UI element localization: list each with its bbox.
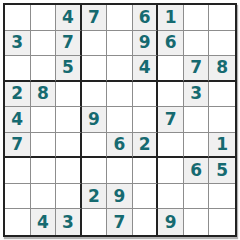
cell-r5c5[interactable] (107, 107, 133, 133)
cell-r4c8[interactable]: 3 (184, 82, 210, 108)
cell-r7c2[interactable] (31, 158, 57, 184)
cell-r2c2[interactable] (31, 31, 57, 57)
cell-r7c6[interactable] (133, 158, 159, 184)
cell-r6c7[interactable] (158, 133, 184, 159)
cell-r5c3[interactable] (56, 107, 82, 133)
cell-r6c8[interactable] (184, 133, 210, 159)
cell-r9c8[interactable] (184, 209, 210, 235)
cell-r6c9[interactable]: 1 (209, 133, 235, 159)
cell-r2c9[interactable] (209, 31, 235, 57)
cell-r8c1[interactable] (5, 184, 31, 210)
cell-r3c7[interactable] (158, 56, 184, 82)
cell-r4c9[interactable] (209, 82, 235, 108)
cell-r3c3[interactable]: 5 (56, 56, 82, 82)
cell-r7c7[interactable] (158, 158, 184, 184)
cell-r8c6[interactable] (133, 184, 159, 210)
cell-r7c4[interactable] (82, 158, 108, 184)
cell-r4c6[interactable] (133, 82, 159, 108)
cell-r2c1[interactable]: 3 (5, 31, 31, 57)
cell-r4c5[interactable] (107, 82, 133, 108)
cell-r1c5[interactable] (107, 5, 133, 31)
cell-r8c8[interactable] (184, 184, 210, 210)
cell-r3c6[interactable]: 4 (133, 56, 159, 82)
cell-r7c5[interactable] (107, 158, 133, 184)
cell-r2c6[interactable]: 9 (133, 31, 159, 57)
cell-r9c7[interactable]: 9 (158, 209, 184, 235)
cell-r4c4[interactable] (82, 82, 108, 108)
cell-r2c8[interactable] (184, 31, 210, 57)
cell-r3c4[interactable] (82, 56, 108, 82)
cell-r1c3[interactable]: 4 (56, 5, 82, 31)
cell-r8c3[interactable] (56, 184, 82, 210)
cell-r2c3[interactable]: 7 (56, 31, 82, 57)
cell-r8c4[interactable]: 2 (82, 184, 108, 210)
cell-r7c1[interactable] (5, 158, 31, 184)
cell-r4c7[interactable] (158, 82, 184, 108)
cell-r4c2[interactable]: 8 (31, 82, 57, 108)
cell-r1c8[interactable] (184, 5, 210, 31)
cell-r5c8[interactable] (184, 107, 210, 133)
cell-r8c5[interactable]: 9 (107, 184, 133, 210)
cell-r9c9[interactable] (209, 209, 235, 235)
cell-r1c7[interactable]: 1 (158, 5, 184, 31)
cell-r3c5[interactable] (107, 56, 133, 82)
cell-r9c5[interactable]: 7 (107, 209, 133, 235)
cell-r3c8[interactable]: 7 (184, 56, 210, 82)
cell-r2c7[interactable]: 6 (158, 31, 184, 57)
cell-r5c4[interactable]: 9 (82, 107, 108, 133)
cell-r6c5[interactable]: 6 (107, 133, 133, 159)
cell-r9c4[interactable] (82, 209, 108, 235)
cell-r5c6[interactable] (133, 107, 159, 133)
cell-r2c5[interactable] (107, 31, 133, 57)
cell-r1c6[interactable]: 6 (133, 5, 159, 31)
cell-r1c2[interactable] (31, 5, 57, 31)
cell-r9c6[interactable] (133, 209, 159, 235)
cell-r6c4[interactable] (82, 133, 108, 159)
cell-r3c9[interactable]: 8 (209, 56, 235, 82)
cell-r5c7[interactable]: 7 (158, 107, 184, 133)
cell-r6c1[interactable]: 7 (5, 133, 31, 159)
cell-r1c4[interactable]: 7 (82, 5, 108, 31)
cell-r5c2[interactable] (31, 107, 57, 133)
cell-r9c1[interactable] (5, 209, 31, 235)
cell-r3c2[interactable] (31, 56, 57, 82)
cell-r5c1[interactable]: 4 (5, 107, 31, 133)
cell-r7c8[interactable]: 6 (184, 158, 210, 184)
cell-r4c1[interactable]: 2 (5, 82, 31, 108)
cell-r8c9[interactable] (209, 184, 235, 210)
sudoku-board: 476137965478283497762165294379 (3, 3, 237, 237)
cell-r3c1[interactable] (5, 56, 31, 82)
cell-r2c4[interactable] (82, 31, 108, 57)
cell-r7c3[interactable] (56, 158, 82, 184)
cell-r8c7[interactable] (158, 184, 184, 210)
cell-r6c2[interactable] (31, 133, 57, 159)
cell-r1c9[interactable] (209, 5, 235, 31)
cell-r4c3[interactable] (56, 82, 82, 108)
cell-r6c3[interactable] (56, 133, 82, 159)
cell-r8c2[interactable] (31, 184, 57, 210)
cell-r1c1[interactable] (5, 5, 31, 31)
cell-r6c6[interactable]: 2 (133, 133, 159, 159)
cell-r7c9[interactable]: 5 (209, 158, 235, 184)
cell-r9c2[interactable]: 4 (31, 209, 57, 235)
cell-r9c3[interactable]: 3 (56, 209, 82, 235)
cell-r5c9[interactable] (209, 107, 235, 133)
